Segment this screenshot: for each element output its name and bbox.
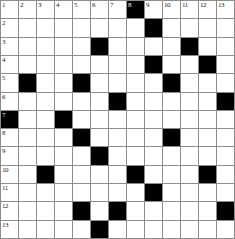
grid-cell[interactable]	[19, 129, 36, 146]
grid-cell[interactable]: 11	[1, 184, 18, 201]
grid-cell[interactable]	[163, 56, 180, 73]
row-label: 3	[2, 38, 5, 46]
row-label: 7	[2, 111, 5, 119]
grid-cell[interactable]	[73, 19, 90, 36]
grid-cell[interactable]	[127, 38, 144, 55]
grid-cell[interactable]	[127, 93, 144, 110]
grid-cell[interactable]	[19, 38, 36, 55]
row-label: 12	[2, 202, 8, 210]
grid-cell[interactable]	[163, 111, 180, 128]
grid-cell[interactable]	[163, 166, 180, 183]
grid-cell[interactable]	[145, 147, 162, 164]
grid-cell[interactable]	[181, 56, 198, 73]
grid-cell[interactable]: 9	[1, 147, 18, 164]
grid-cell[interactable]	[91, 111, 108, 128]
black-cell	[91, 221, 108, 238]
grid-cell[interactable]: 11	[181, 1, 198, 18]
grid-cell[interactable]	[37, 184, 54, 201]
grid-cell[interactable]	[19, 166, 36, 183]
grid-cell[interactable]	[199, 93, 216, 110]
grid-cell[interactable]	[37, 202, 54, 219]
black-cell	[163, 74, 180, 91]
grid-cell[interactable]	[217, 221, 234, 238]
black-cell	[217, 93, 234, 110]
grid-cell[interactable]	[163, 184, 180, 201]
grid-cell[interactable]: 12	[1, 202, 18, 219]
grid-cell[interactable]	[109, 147, 126, 164]
grid-cell[interactable]	[37, 74, 54, 91]
grid-cell[interactable]: 2	[1, 19, 18, 36]
row-label: 13	[2, 221, 8, 229]
grid-cell[interactable]: 5	[1, 74, 18, 91]
grid-cell[interactable]	[91, 129, 108, 146]
grid-cell[interactable]	[163, 19, 180, 36]
grid-cell[interactable]	[217, 19, 234, 36]
row-label: 9	[2, 147, 5, 155]
grid-cell[interactable]: 8	[1, 129, 18, 146]
grid-cell[interactable]	[181, 147, 198, 164]
grid-cell[interactable]: 9	[145, 1, 162, 18]
black-cell	[55, 111, 72, 128]
grid-cell[interactable]	[109, 166, 126, 183]
grid-cell[interactable]	[163, 93, 180, 110]
grid-cell[interactable]	[145, 129, 162, 146]
grid-cell[interactable]	[55, 74, 72, 91]
black-cell	[145, 56, 162, 73]
black-cell	[199, 166, 216, 183]
col-label: 10	[164, 1, 170, 9]
grid-cell[interactable]: 13	[1, 221, 18, 238]
grid-cell[interactable]: 6	[91, 1, 108, 18]
grid-cell[interactable]: 4	[1, 56, 18, 73]
grid-cell[interactable]	[19, 19, 36, 36]
black-cell	[73, 74, 90, 91]
black-cell	[19, 74, 36, 91]
grid-cell[interactable]	[37, 93, 54, 110]
grid-cell[interactable]	[181, 19, 198, 36]
grid-cell[interactable]	[163, 221, 180, 238]
black-cell	[91, 147, 108, 164]
grid-cell[interactable]	[199, 202, 216, 219]
grid-cell[interactable]	[145, 221, 162, 238]
grid-cell[interactable]	[37, 38, 54, 55]
grid-cell[interactable]	[55, 93, 72, 110]
grid-cell[interactable]	[109, 74, 126, 91]
grid-cell[interactable]	[73, 93, 90, 110]
grid-cell[interactable]	[109, 221, 126, 238]
black-cell: 8	[127, 1, 144, 18]
black-cell	[73, 129, 90, 146]
grid-cell[interactable]	[91, 202, 108, 219]
grid-cell[interactable]	[127, 129, 144, 146]
grid-cell[interactable]	[181, 111, 198, 128]
grid-cell[interactable]	[19, 147, 36, 164]
grid-cell[interactable]: 5	[73, 1, 90, 18]
grid-cell[interactable]	[127, 56, 144, 73]
grid-cell[interactable]	[199, 19, 216, 36]
black-cell	[109, 93, 126, 110]
grid-cell[interactable]	[127, 19, 144, 36]
grid-cell[interactable]	[181, 74, 198, 91]
grid-cell[interactable]: 7	[109, 1, 126, 18]
grid-cell[interactable]	[73, 184, 90, 201]
grid-cell[interactable]	[109, 129, 126, 146]
grid-cell[interactable]	[181, 129, 198, 146]
grid-cell[interactable]	[73, 166, 90, 183]
black-cell	[199, 56, 216, 73]
grid-cell[interactable]	[91, 56, 108, 73]
grid-cell[interactable]	[163, 147, 180, 164]
grid-cell[interactable]	[217, 184, 234, 201]
grid-cell[interactable]	[73, 56, 90, 73]
grid-cell[interactable]	[199, 221, 216, 238]
grid-cell[interactable]	[73, 221, 90, 238]
grid-cell[interactable]	[55, 129, 72, 146]
grid-cell[interactable]	[181, 221, 198, 238]
grid-cell[interactable]	[163, 38, 180, 55]
grid-cell[interactable]	[199, 147, 216, 164]
row-label: 5	[2, 74, 5, 82]
col-label: 1	[2, 1, 5, 9]
grid-cell[interactable]	[145, 202, 162, 219]
grid-cell[interactable]	[127, 202, 144, 219]
grid-cell[interactable]	[19, 202, 36, 219]
grid-cell[interactable]	[217, 56, 234, 73]
grid-cell[interactable]	[73, 147, 90, 164]
grid-cell[interactable]	[181, 166, 198, 183]
grid-cell[interactable]	[37, 221, 54, 238]
row-label: 2	[2, 19, 5, 27]
grid-cell[interactable]	[127, 221, 144, 238]
black-cell	[145, 19, 162, 36]
grid-cell[interactable]	[73, 38, 90, 55]
grid-cell[interactable]	[199, 74, 216, 91]
grid-cell[interactable]	[109, 56, 126, 73]
grid-cell[interactable]	[199, 184, 216, 201]
grid-cell[interactable]: 13	[217, 1, 234, 18]
grid-cell[interactable]	[37, 19, 54, 36]
col-label: 12	[200, 1, 206, 9]
grid-cell[interactable]	[145, 111, 162, 128]
col-label: 5	[74, 1, 77, 9]
grid-cell[interactable]	[127, 147, 144, 164]
col-label: 4	[56, 1, 59, 9]
black-cell	[181, 38, 198, 55]
col-label: 3	[38, 1, 41, 9]
col-label: 7	[110, 1, 113, 9]
col-label: 9	[146, 1, 149, 9]
grid-cell[interactable]	[217, 38, 234, 55]
row-label: 11	[2, 184, 8, 192]
black-cell	[109, 202, 126, 219]
grid-cell[interactable]	[127, 111, 144, 128]
grid-cell[interactable]	[55, 38, 72, 55]
grid-cell[interactable]	[217, 129, 234, 146]
black-cell	[217, 202, 234, 219]
grid-cell[interactable]	[217, 74, 234, 91]
grid-cell[interactable]	[91, 184, 108, 201]
black-cell	[127, 166, 144, 183]
grid-cell[interactable]	[55, 202, 72, 219]
grid-cell[interactable]	[55, 19, 72, 36]
grid-cell[interactable]	[19, 221, 36, 238]
grid-cell[interactable]	[19, 184, 36, 201]
grid-cell[interactable]	[55, 56, 72, 73]
grid-cell[interactable]	[127, 74, 144, 91]
grid-cell[interactable]	[37, 111, 54, 128]
grid-cell[interactable]	[109, 111, 126, 128]
black-cell	[163, 129, 180, 146]
black-cell	[91, 38, 108, 55]
row-label: 6	[2, 93, 5, 101]
grid-cell[interactable]	[37, 147, 54, 164]
grid-cell[interactable]	[181, 184, 198, 201]
grid-cell[interactable]	[91, 74, 108, 91]
grid-cell[interactable]: 10	[1, 166, 18, 183]
grid-cell[interactable]	[91, 166, 108, 183]
col-label: 8	[128, 1, 131, 9]
grid-cell[interactable]: 1	[1, 1, 18, 18]
grid-cell[interactable]	[109, 38, 126, 55]
grid-cell[interactable]	[73, 111, 90, 128]
grid-cell[interactable]	[37, 56, 54, 73]
grid-cell[interactable]	[199, 111, 216, 128]
row-label: 10	[2, 166, 8, 174]
grid-cell[interactable]	[19, 111, 36, 128]
grid-cell[interactable]: 4	[55, 1, 72, 18]
col-label: 11	[182, 1, 188, 9]
grid-cell[interactable]: 2	[19, 1, 36, 18]
grid-cell[interactable]	[199, 129, 216, 146]
grid-cell[interactable]	[163, 202, 180, 219]
black-cell	[145, 184, 162, 201]
black-cell	[37, 166, 54, 183]
grid-cell[interactable]	[55, 166, 72, 183]
col-label: 13	[218, 1, 224, 9]
grid-cell[interactable]	[91, 93, 108, 110]
grid-cell[interactable]: 6	[1, 93, 18, 110]
grid-cell[interactable]	[145, 166, 162, 183]
black-cell	[73, 202, 90, 219]
grid-cell[interactable]	[37, 129, 54, 146]
black-cell: 7	[1, 111, 18, 128]
grid-cell[interactable]	[145, 38, 162, 55]
grid-cell[interactable]: 3	[1, 38, 18, 55]
grid-cell[interactable]	[55, 221, 72, 238]
grid-cell[interactable]: 12	[199, 1, 216, 18]
grid-cell[interactable]	[19, 56, 36, 73]
grid-cell[interactable]	[55, 147, 72, 164]
col-label: 2	[20, 1, 23, 9]
grid-cell[interactable]	[109, 19, 126, 36]
grid-cell[interactable]	[91, 19, 108, 36]
grid-cell[interactable]	[181, 93, 198, 110]
grid-cell[interactable]	[127, 184, 144, 201]
row-label: 8	[2, 129, 5, 137]
grid-cell[interactable]: 3	[37, 1, 54, 18]
col-label: 6	[92, 1, 95, 9]
grid-cell[interactable]	[217, 111, 234, 128]
row-label: 4	[2, 56, 5, 64]
grid-cell[interactable]	[145, 74, 162, 91]
grid-cell[interactable]	[145, 93, 162, 110]
grid-cell[interactable]	[181, 202, 198, 219]
grid-cell[interactable]	[217, 147, 234, 164]
grid-cell[interactable]	[55, 184, 72, 201]
grid-cell[interactable]	[19, 93, 36, 110]
grid-cell[interactable]: 10	[163, 1, 180, 18]
crossword-board: 123456789101112132345678910111213	[0, 0, 235, 239]
grid-cell[interactable]	[217, 166, 234, 183]
grid-cell[interactable]	[109, 184, 126, 201]
grid-cell[interactable]	[199, 38, 216, 55]
